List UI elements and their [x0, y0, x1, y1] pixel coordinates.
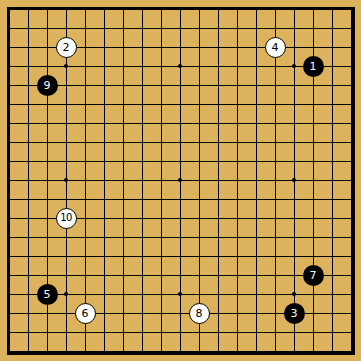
stone-white-8: 8 — [189, 303, 210, 324]
stones-layer: 12345678910 — [0, 0, 361, 361]
stone-black-9: 9 — [37, 75, 58, 96]
stone-black-3: 3 — [284, 303, 305, 324]
stone-white-10: 10 — [56, 208, 77, 229]
go-board: 12345678910 — [0, 0, 361, 361]
stone-black-1: 1 — [303, 56, 324, 77]
stone-white-4: 4 — [265, 37, 286, 58]
stone-black-7: 7 — [303, 265, 324, 286]
stone-black-5: 5 — [37, 284, 58, 305]
stone-white-6: 6 — [75, 303, 96, 324]
stone-white-2: 2 — [56, 37, 77, 58]
